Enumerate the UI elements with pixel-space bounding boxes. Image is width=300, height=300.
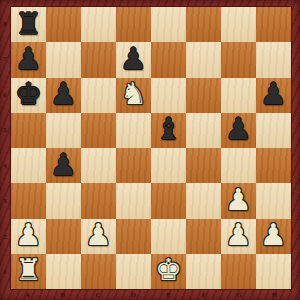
square-c3[interactable] [81, 183, 116, 218]
piece-black-pawn[interactable]: ♟ [46, 77, 81, 112]
piece-black-pawn[interactable]: ♟ [116, 41, 151, 76]
piece-white-pawn[interactable]: ♟ [221, 218, 256, 253]
square-d2[interactable] [116, 219, 151, 254]
square-d7[interactable]: ♟ [116, 42, 151, 77]
square-c4[interactable] [81, 148, 116, 183]
square-c7[interactable] [81, 42, 116, 77]
piece-black-rook[interactable]: ♜ [11, 6, 46, 41]
piece-white-pawn[interactable]: ♟ [81, 218, 116, 253]
square-e6[interactable] [151, 78, 186, 113]
rank-label-6: 6 [0, 77, 10, 113]
square-e2[interactable] [151, 219, 186, 254]
square-g5[interactable]: ♟ [221, 113, 256, 148]
square-h1[interactable] [256, 254, 291, 289]
file-label-d: D [116, 289, 151, 300]
square-g2[interactable]: ♟ [221, 219, 256, 254]
square-b2[interactable] [46, 219, 81, 254]
piece-black-king[interactable]: ♚ [11, 77, 46, 112]
square-d8[interactable] [116, 7, 151, 42]
square-g6[interactable] [221, 78, 256, 113]
piece-white-knight[interactable]: ♞ [116, 77, 151, 112]
square-f7[interactable] [186, 42, 221, 77]
square-b8[interactable] [46, 7, 81, 42]
square-c2[interactable]: ♟ [81, 219, 116, 254]
square-b5[interactable] [46, 113, 81, 148]
square-h5[interactable] [256, 113, 291, 148]
piece-white-pawn[interactable]: ♟ [11, 218, 46, 253]
square-h2[interactable]: ♟ [256, 219, 291, 254]
square-e3[interactable] [151, 183, 186, 218]
square-h8[interactable] [256, 7, 291, 42]
square-a7[interactable]: ♟ [11, 42, 46, 77]
chess-board: ♜♟♟♚♟♞♟♝♟♟♟♟♟♟♟♜♚ [10, 6, 292, 290]
square-c5[interactable] [81, 113, 116, 148]
square-d6[interactable]: ♞ [116, 78, 151, 113]
square-b7[interactable] [46, 42, 81, 77]
piece-white-rook[interactable]: ♜ [11, 253, 46, 288]
rank-label-3: 3 [0, 184, 10, 220]
rank-label-4: 4 [0, 148, 10, 184]
square-f3[interactable] [186, 183, 221, 218]
rank-label-8: 8 [0, 6, 10, 42]
file-label-a: A [10, 289, 45, 300]
square-a1[interactable]: ♜ [11, 254, 46, 289]
piece-white-king[interactable]: ♚ [151, 253, 186, 288]
square-b6[interactable]: ♟ [46, 78, 81, 113]
square-d5[interactable] [116, 113, 151, 148]
piece-black-pawn[interactable]: ♟ [11, 41, 46, 76]
square-e4[interactable] [151, 148, 186, 183]
square-g7[interactable] [221, 42, 256, 77]
square-f5[interactable] [186, 113, 221, 148]
square-g1[interactable] [221, 254, 256, 289]
square-h4[interactable] [256, 148, 291, 183]
square-e1[interactable]: ♚ [151, 254, 186, 289]
piece-black-pawn[interactable]: ♟ [46, 147, 81, 182]
square-a5[interactable] [11, 113, 46, 148]
square-e5[interactable]: ♝ [151, 113, 186, 148]
piece-black-pawn[interactable]: ♟ [256, 77, 291, 112]
square-c8[interactable] [81, 7, 116, 42]
square-d1[interactable] [116, 254, 151, 289]
square-c1[interactable] [81, 254, 116, 289]
square-e7[interactable] [151, 42, 186, 77]
file-label-b: B [45, 289, 80, 300]
square-h3[interactable] [256, 183, 291, 218]
square-a4[interactable] [11, 148, 46, 183]
square-a3[interactable] [11, 183, 46, 218]
file-label-e: E [151, 289, 186, 300]
file-label-c: C [81, 289, 116, 300]
rank-label-7: 7 [0, 42, 10, 78]
rank-label-1: 1 [0, 255, 10, 291]
square-c6[interactable] [81, 78, 116, 113]
square-f1[interactable] [186, 254, 221, 289]
square-h6[interactable]: ♟ [256, 78, 291, 113]
file-label-f: F [186, 289, 221, 300]
square-d3[interactable] [116, 183, 151, 218]
square-g3[interactable]: ♟ [221, 183, 256, 218]
square-b4[interactable]: ♟ [46, 148, 81, 183]
square-f6[interactable] [186, 78, 221, 113]
square-g4[interactable] [221, 148, 256, 183]
piece-white-pawn[interactable]: ♟ [221, 182, 256, 217]
chess-app: ♜♟♟♚♟♞♟♝♟♟♟♟♟♟♟♜♚ 87654321ABCDEFGH [0, 0, 300, 300]
square-a2[interactable]: ♟ [11, 219, 46, 254]
piece-black-bishop[interactable]: ♝ [151, 112, 186, 147]
square-g8[interactable] [221, 7, 256, 42]
file-label-h: H [257, 289, 292, 300]
square-e8[interactable] [151, 7, 186, 42]
piece-white-pawn[interactable]: ♟ [256, 218, 291, 253]
rank-label-2: 2 [0, 219, 10, 255]
file-label-g: G [222, 289, 257, 300]
square-a6[interactable]: ♚ [11, 78, 46, 113]
square-f8[interactable] [186, 7, 221, 42]
square-a8[interactable]: ♜ [11, 7, 46, 42]
square-f4[interactable] [186, 148, 221, 183]
square-d4[interactable] [116, 148, 151, 183]
piece-black-pawn[interactable]: ♟ [221, 112, 256, 147]
square-b3[interactable] [46, 183, 81, 218]
square-h7[interactable] [256, 42, 291, 77]
rank-label-5: 5 [0, 113, 10, 149]
square-f2[interactable] [186, 219, 221, 254]
square-b1[interactable] [46, 254, 81, 289]
